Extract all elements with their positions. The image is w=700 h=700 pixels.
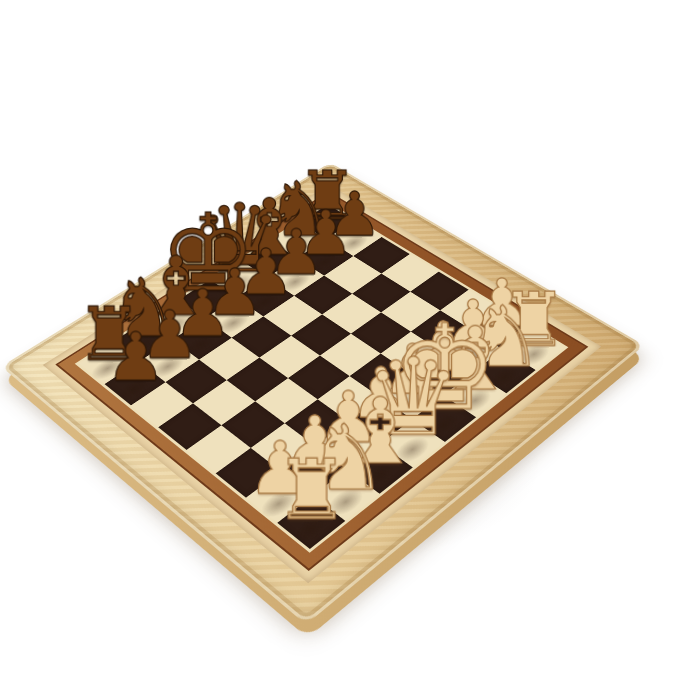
camera-tilt-wrapper: ♜♞♝♚♛♝♞♜♟♟♟♟♟♟♟♟♟♟♟♟♟♟♟♟♜♞♝♛♚♝♞♜ (0, 0, 700, 700)
chess-board: ♜♞♝♚♛♝♞♜♟♟♟♟♟♟♟♟♟♟♟♟♟♟♟♟♜♞♝♛♚♝♞♜ (1, 162, 644, 624)
black-pawn: ♟ (50, 325, 222, 392)
product-photo-scene: ♜♞♝♚♛♝♞♜♟♟♟♟♟♟♟♟♟♟♟♟♟♟♟♟♜♞♝♛♚♝♞♜ (0, 0, 700, 700)
